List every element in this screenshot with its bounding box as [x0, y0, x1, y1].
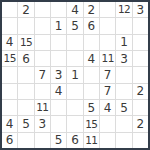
empty-cell-r3c6[interactable] — [84, 35, 99, 50]
clue-cell-r1c8: 12 — [116, 2, 131, 17]
clue-cell-r4c6: 4 — [84, 51, 99, 66]
clue-cell-r4c1: 15 — [2, 51, 17, 66]
empty-cell-r4c3[interactable] — [35, 51, 50, 66]
empty-cell-r7c2[interactable] — [18, 100, 33, 115]
clue-cell-r7c8: 5 — [116, 100, 131, 115]
empty-cell-r5c1[interactable] — [2, 67, 17, 82]
empty-cell-r3c7[interactable] — [100, 35, 115, 50]
empty-cell-r7c1[interactable] — [2, 100, 17, 115]
clue-cell-r6c7: 7 — [100, 84, 115, 99]
empty-cell-r5c6[interactable] — [84, 67, 99, 82]
clue-cell-r5c5: 1 — [67, 67, 82, 82]
clue-cell-r2c6: 6 — [84, 18, 99, 33]
empty-cell-r3c3[interactable] — [35, 35, 50, 50]
empty-cell-r6c2[interactable] — [18, 84, 33, 99]
clue-cell-r9c4: 5 — [51, 133, 66, 148]
empty-cell-r5c2[interactable] — [18, 67, 33, 82]
clue-cell-r1c2: 2 — [18, 2, 33, 17]
empty-cell-r6c1[interactable] — [2, 84, 17, 99]
empty-cell-r8c5[interactable] — [67, 116, 82, 131]
clue-cell-r6c9: 2 — [133, 84, 148, 99]
clue-cell-r4c7: 11 — [100, 51, 115, 66]
clue-cell-r7c7: 4 — [100, 100, 115, 115]
clue-cell-r3c8: 1 — [116, 35, 131, 50]
empty-cell-r4c5[interactable] — [67, 51, 82, 66]
clue-cell-r8c3: 3 — [35, 116, 50, 131]
empty-cell-r9c7[interactable] — [100, 133, 115, 148]
empty-cell-r2c9[interactable] — [133, 18, 148, 33]
clue-cell-r2c4: 1 — [51, 18, 66, 33]
clue-cell-r5c7: 7 — [100, 67, 115, 82]
empty-cell-r9c2[interactable] — [18, 133, 33, 148]
empty-cell-r2c2[interactable] — [18, 18, 33, 33]
empty-cell-r7c5[interactable] — [67, 100, 82, 115]
clue-cell-r1c5: 4 — [67, 2, 82, 17]
empty-cell-r3c4[interactable] — [51, 35, 66, 50]
clue-cell-r8c2: 5 — [18, 116, 33, 131]
clue-cell-r2c5: 5 — [67, 18, 82, 33]
empty-cell-r2c7[interactable] — [100, 18, 115, 33]
empty-cell-r2c3[interactable] — [35, 18, 50, 33]
clue-cell-r8c9: 2 — [133, 116, 148, 131]
empty-cell-r7c4[interactable] — [51, 100, 66, 115]
empty-cell-r4c9[interactable] — [133, 51, 148, 66]
empty-cell-r8c8[interactable] — [116, 116, 131, 131]
clue-cell-r9c5: 6 — [67, 133, 82, 148]
empty-cell-r2c1[interactable] — [2, 18, 17, 33]
empty-cell-r9c8[interactable] — [116, 133, 131, 148]
clue-cell-r8c6: 15 — [84, 116, 99, 131]
clue-cell-r4c8: 3 — [116, 51, 131, 66]
clue-cell-r9c6: 11 — [84, 133, 99, 148]
empty-cell-r3c9[interactable] — [133, 35, 148, 50]
clue-cell-r9c1: 6 — [2, 133, 17, 148]
clue-cell-r3c2: 15 — [18, 35, 33, 50]
clue-cell-r3c1: 4 — [2, 35, 17, 50]
empty-cell-r1c7[interactable] — [100, 2, 115, 17]
clue-cell-r1c6: 2 — [84, 2, 99, 17]
empty-cell-r6c5[interactable] — [67, 84, 82, 99]
empty-cell-r2c8[interactable] — [116, 18, 131, 33]
empty-cell-r5c8[interactable] — [116, 67, 131, 82]
clue-cell-r8c1: 4 — [2, 116, 17, 131]
empty-cell-r3c5[interactable] — [67, 35, 82, 50]
clue-cell-r1c9: 3 — [133, 2, 148, 17]
empty-cell-r6c6[interactable] — [84, 84, 99, 99]
clue-cell-r7c6: 5 — [84, 100, 99, 115]
empty-cell-r1c3[interactable] — [35, 2, 50, 17]
empty-cell-r1c4[interactable] — [51, 2, 66, 17]
empty-cell-r4c4[interactable] — [51, 51, 66, 66]
clue-cell-r5c3: 7 — [35, 67, 50, 82]
puzzle-board: 2421231564151156411373174721154545315265… — [0, 0, 150, 150]
clue-cell-r5c4: 3 — [51, 67, 66, 82]
empty-cell-r9c3[interactable] — [35, 133, 50, 148]
clue-cell-r4c2: 6 — [18, 51, 33, 66]
clue-cell-r7c3: 11 — [35, 100, 50, 115]
empty-cell-r9c9[interactable] — [133, 133, 148, 148]
empty-cell-r6c8[interactable] — [116, 84, 131, 99]
clue-cell-r6c4: 4 — [51, 84, 66, 99]
empty-cell-r1c1[interactable] — [2, 2, 17, 17]
empty-cell-r5c9[interactable] — [133, 67, 148, 82]
empty-cell-r7c9[interactable] — [133, 100, 148, 115]
empty-cell-r6c3[interactable] — [35, 84, 50, 99]
empty-cell-r8c4[interactable] — [51, 116, 66, 131]
empty-cell-r8c7[interactable] — [100, 116, 115, 131]
